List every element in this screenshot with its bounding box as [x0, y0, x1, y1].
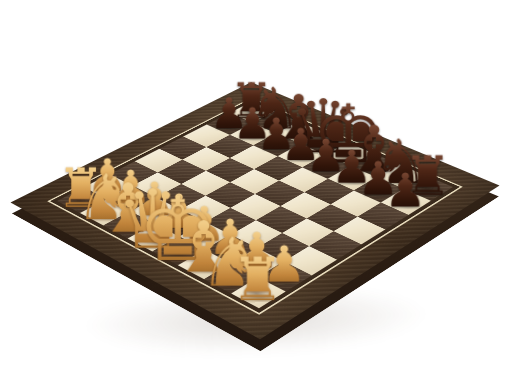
chess-set-photo: ♜♞♝♛♚♝♞♜♟♟♟♟♟♟♟♟♟♟♟♟♟♟♟♟♜♞♝♛♚♝♞♜: [0, 0, 510, 383]
square-h1[interactable]: ♜: [231, 277, 286, 308]
board-playfield: ♜♞♝♛♚♝♞♜♟♟♟♟♟♟♟♟♟♟♟♟♟♟♟♟♜♞♝♛♚♝♞♜: [47, 97, 463, 314]
chess-board: ♜♞♝♛♚♝♞♜♟♟♟♟♟♟♟♟♟♟♟♟♟♟♟♟♜♞♝♛♚♝♞♜: [10, 82, 499, 339]
board-squares: ♜♞♝♛♚♝♞♜♟♟♟♟♟♟♟♟♟♟♟♟♟♟♟♟♜♞♝♛♚♝♞♜: [57, 101, 453, 308]
black-pawn[interactable]: ♟: [334, 169, 476, 213]
